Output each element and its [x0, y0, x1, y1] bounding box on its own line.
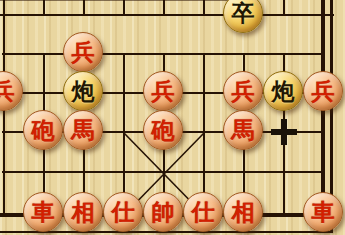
grid-line — [283, 0, 285, 15]
piece-glyph: 帥 — [152, 193, 175, 231]
piece-black-cannon[interactable]: 炮 — [63, 71, 103, 111]
grid-line — [0, 0, 232, 1]
grid-line — [163, 0, 165, 15]
piece-red-general[interactable]: 帥 — [143, 192, 183, 232]
piece-red-chariot[interactable]: 車 — [23, 192, 63, 232]
piece-red-advisor[interactable]: 仕 — [183, 192, 223, 232]
grid-line — [123, 0, 125, 15]
crosshair-corner — [284, 132, 297, 145]
piece-red-soldier[interactable]: 兵 — [143, 71, 183, 111]
grid-line — [123, 53, 125, 215]
piece-glyph: 車 — [32, 193, 55, 231]
piece-red-soldier[interactable]: 兵 — [303, 71, 343, 111]
grid-line — [203, 0, 205, 15]
piece-black-cannon[interactable]: 炮 — [263, 71, 303, 111]
piece-glyph: 仕 — [112, 193, 135, 231]
piece-glyph: 馬 — [232, 111, 255, 149]
piece-red-soldier[interactable]: 兵 — [223, 71, 263, 111]
piece-black-soldier[interactable]: 卒 — [223, 0, 263, 33]
piece-glyph: 兵 — [232, 72, 255, 110]
grid-line — [43, 0, 45, 15]
piece-red-cannon[interactable]: 砲 — [143, 110, 183, 150]
piece-glyph: 兵 — [312, 72, 335, 110]
grid-line — [203, 53, 205, 215]
piece-red-elephant[interactable]: 相 — [223, 192, 263, 232]
piece-glyph: 相 — [72, 193, 95, 231]
piece-red-horse[interactable]: 馬 — [223, 110, 263, 150]
piece-red-advisor[interactable]: 仕 — [103, 192, 143, 232]
piece-glyph: 兵 — [0, 72, 15, 110]
piece-red-elephant[interactable]: 相 — [63, 192, 103, 232]
grid-line — [83, 0, 85, 15]
piece-red-cannon[interactable]: 砲 — [23, 110, 63, 150]
piece-glyph: 炮 — [72, 72, 95, 110]
piece-glyph: 炮 — [272, 72, 295, 110]
xiangqi-board[interactable]: 卒兵兵炮兵兵炮兵砲馬砲馬車相仕帥仕相車 — [0, 0, 345, 235]
piece-red-horse[interactable]: 馬 — [63, 110, 103, 150]
piece-glyph: 相 — [232, 193, 255, 231]
piece-glyph: 兵 — [152, 72, 175, 110]
piece-glyph: 砲 — [152, 111, 175, 149]
piece-glyph: 卒 — [232, 0, 255, 32]
piece-glyph: 砲 — [32, 111, 55, 149]
piece-red-chariot[interactable]: 車 — [303, 192, 343, 232]
piece-glyph: 仕 — [192, 193, 215, 231]
piece-glyph: 兵 — [72, 33, 95, 71]
piece-red-soldier[interactable]: 兵 — [63, 32, 103, 72]
piece-glyph: 車 — [312, 193, 335, 231]
piece-glyph: 馬 — [72, 111, 95, 149]
piece-red-soldier[interactable]: 兵 — [0, 71, 23, 111]
